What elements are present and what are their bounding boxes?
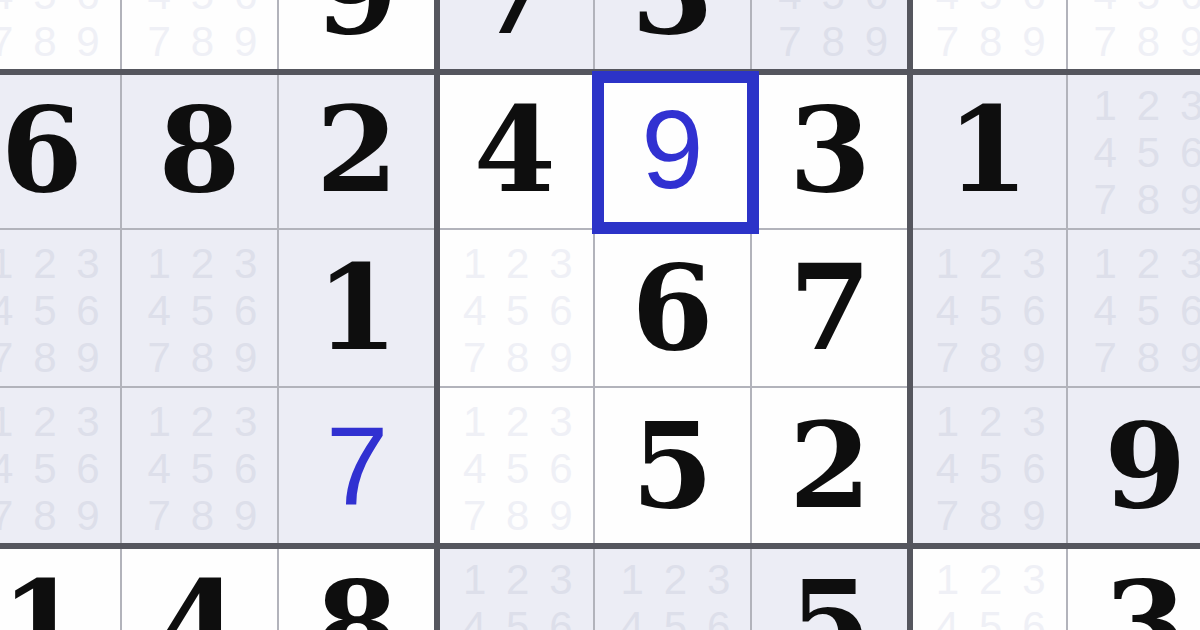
note-digit-4: 4 xyxy=(1094,290,1117,332)
note-digit-2: 2 xyxy=(506,401,529,443)
given-digit: 3 xyxy=(1104,565,1186,630)
cell-r1c3[interactable]: 9 xyxy=(279,0,437,72)
note-digit-5: 5 xyxy=(506,606,529,630)
given-digit: 1 xyxy=(1,565,83,630)
note-digit-5: 5 xyxy=(1137,0,1160,16)
pencil-marks: 123456789 xyxy=(910,230,1066,386)
given-digit: 8 xyxy=(316,565,398,630)
given-digit: 2 xyxy=(316,91,398,209)
cell-r5c6[interactable]: 5 xyxy=(752,546,910,630)
cell-r5c7[interactable]: 123456789 xyxy=(910,546,1068,630)
note-digit-7: 7 xyxy=(778,21,801,63)
note-digit-9: 9 xyxy=(549,337,572,379)
sudoku-grid: 1234567891234567899731234567891234567891… xyxy=(0,0,1200,630)
cell-r2c7[interactable]: 1 xyxy=(910,72,1068,230)
note-digit-3: 3 xyxy=(1180,85,1200,127)
note-digit-9: 9 xyxy=(76,21,99,63)
cell-r5c5[interactable]: 123456789 xyxy=(595,546,753,630)
pencil-marks: 123456789 xyxy=(595,546,751,630)
note-digit-3: 3 xyxy=(549,243,572,285)
note-digit-1: 1 xyxy=(1094,243,1117,285)
note-digit-6: 6 xyxy=(549,448,572,490)
note-digit-4: 4 xyxy=(936,606,959,630)
pencil-marks: 123456789 xyxy=(0,230,120,386)
cell-r2c5-selected[interactable]: 9 xyxy=(595,72,753,230)
note-digit-5: 5 xyxy=(979,290,1002,332)
pencil-marks: 123456789 xyxy=(122,0,278,70)
note-digit-8: 8 xyxy=(979,337,1002,379)
cell-r2c1[interactable]: 6 xyxy=(0,72,122,230)
note-digit-8: 8 xyxy=(506,337,529,379)
note-digit-5: 5 xyxy=(1137,290,1160,332)
cell-r4c2[interactable]: 123456789 xyxy=(122,388,280,546)
cell-r1c2[interactable]: 123456789 xyxy=(122,0,280,72)
cell-r5c2[interactable]: 4 xyxy=(122,546,280,630)
note-digit-2: 2 xyxy=(1137,243,1160,285)
note-digit-2: 2 xyxy=(191,243,214,285)
note-digit-6: 6 xyxy=(549,606,572,630)
note-digit-1: 1 xyxy=(463,243,486,285)
cell-r1c5[interactable]: 3 xyxy=(595,0,753,72)
cell-r5c4[interactable]: 123456789 xyxy=(437,546,595,630)
note-digit-3: 3 xyxy=(1180,243,1200,285)
note-digit-4: 4 xyxy=(621,606,644,630)
note-digit-6: 6 xyxy=(234,448,257,490)
note-digit-8: 8 xyxy=(191,21,214,63)
cell-r2c4[interactable]: 4 xyxy=(437,72,595,230)
note-digit-4: 4 xyxy=(936,290,959,332)
note-digit-2: 2 xyxy=(979,401,1002,443)
note-digit-4: 4 xyxy=(148,0,171,16)
note-digit-1: 1 xyxy=(148,401,171,443)
note-digit-9: 9 xyxy=(76,337,99,379)
note-digit-9: 9 xyxy=(234,337,257,379)
note-digit-6: 6 xyxy=(1180,132,1200,174)
note-digit-1: 1 xyxy=(936,243,959,285)
cell-r1c8[interactable]: 123456789 xyxy=(1068,0,1200,72)
note-digit-3: 3 xyxy=(549,559,572,601)
pencil-marks: 123456789 xyxy=(0,388,120,544)
note-digit-2: 2 xyxy=(33,401,56,443)
box-boundary-vertical-2 xyxy=(907,0,913,630)
note-digit-7: 7 xyxy=(463,337,486,379)
note-digit-5: 5 xyxy=(979,0,1002,16)
cell-r3c6[interactable]: 7 xyxy=(752,230,910,388)
note-digit-9: 9 xyxy=(1180,21,1200,63)
note-digit-9: 9 xyxy=(76,495,99,537)
note-digit-3: 3 xyxy=(76,401,99,443)
note-digit-2: 2 xyxy=(664,559,687,601)
note-digit-8: 8 xyxy=(191,337,214,379)
cell-r4c4[interactable]: 123456789 xyxy=(437,388,595,546)
note-digit-3: 3 xyxy=(234,243,257,285)
cell-r1c1[interactable]: 123456789 xyxy=(0,0,122,72)
note-digit-5: 5 xyxy=(506,448,529,490)
cell-r3c1[interactable]: 123456789 xyxy=(0,230,122,388)
note-digit-4: 4 xyxy=(1094,132,1117,174)
cell-r2c8[interactable]: 123456789 xyxy=(1068,72,1200,230)
note-digit-4: 4 xyxy=(463,448,486,490)
note-digit-3: 3 xyxy=(707,559,730,601)
note-digit-2: 2 xyxy=(191,401,214,443)
note-digit-9: 9 xyxy=(1022,495,1045,537)
note-digit-8: 8 xyxy=(191,495,214,537)
note-digit-8: 8 xyxy=(33,337,56,379)
note-digit-9: 9 xyxy=(1180,179,1200,221)
note-digit-5: 5 xyxy=(191,290,214,332)
note-digit-8: 8 xyxy=(33,495,56,537)
note-digit-8: 8 xyxy=(979,21,1002,63)
note-digit-6: 6 xyxy=(549,290,572,332)
note-digit-7: 7 xyxy=(1094,21,1117,63)
note-digit-8: 8 xyxy=(1137,337,1160,379)
note-digit-7: 7 xyxy=(148,21,171,63)
pencil-marks: 123456789 xyxy=(122,388,278,544)
cell-r2c6[interactable]: 3 xyxy=(752,72,910,230)
note-digit-6: 6 xyxy=(865,0,888,16)
cell-r5c3[interactable]: 8 xyxy=(279,546,437,630)
given-digit: 8 xyxy=(158,91,240,209)
given-digit: 4 xyxy=(474,91,556,209)
note-digit-1: 1 xyxy=(621,559,644,601)
pencil-marks: 123456789 xyxy=(122,230,278,386)
given-digit: 4 xyxy=(158,565,240,630)
note-digit-9: 9 xyxy=(234,21,257,63)
note-digit-6: 6 xyxy=(1022,606,1045,630)
note-digit-6: 6 xyxy=(707,606,730,630)
note-digit-5: 5 xyxy=(979,606,1002,630)
note-digit-7: 7 xyxy=(0,495,13,537)
note-digit-7: 7 xyxy=(936,495,959,537)
note-digit-5: 5 xyxy=(821,0,844,16)
cell-r2c2[interactable]: 8 xyxy=(122,72,280,230)
note-digit-4: 4 xyxy=(148,448,171,490)
sudoku-board-viewport: 1234567891234567899731234567891234567891… xyxy=(0,0,1200,630)
user-digit: 9 xyxy=(641,94,703,206)
pencil-marks: 123456789 xyxy=(910,546,1066,630)
note-digit-8: 8 xyxy=(979,495,1002,537)
cell-r1c6[interactable]: 123456789 xyxy=(752,0,910,72)
note-digit-3: 3 xyxy=(234,401,257,443)
cell-r3c7[interactable]: 123456789 xyxy=(910,230,1068,388)
note-digit-1: 1 xyxy=(148,243,171,285)
note-digit-7: 7 xyxy=(936,21,959,63)
cell-r4c6[interactable]: 2 xyxy=(752,388,910,546)
cell-r5c1[interactable]: 1 xyxy=(0,546,122,630)
pencil-marks: 123456789 xyxy=(1068,0,1200,70)
note-digit-5: 5 xyxy=(191,448,214,490)
cell-r4c3[interactable]: 7 xyxy=(279,388,437,546)
note-digit-5: 5 xyxy=(33,448,56,490)
pencil-marks: 123456789 xyxy=(0,0,120,70)
note-digit-2: 2 xyxy=(1137,85,1160,127)
pencil-marks: 123456789 xyxy=(1068,230,1200,386)
box-boundary-horizontal-1 xyxy=(0,69,1200,75)
note-digit-5: 5 xyxy=(191,0,214,16)
note-digit-7: 7 xyxy=(0,21,13,63)
note-digit-9: 9 xyxy=(1022,21,1045,63)
note-digit-6: 6 xyxy=(234,0,257,16)
note-digit-5: 5 xyxy=(33,290,56,332)
cell-r3c2[interactable]: 123456789 xyxy=(122,230,280,388)
note-digit-2: 2 xyxy=(979,559,1002,601)
note-digit-7: 7 xyxy=(148,337,171,379)
pencil-marks: 123456789 xyxy=(910,0,1066,70)
note-digit-5: 5 xyxy=(33,0,56,16)
cell-r1c4[interactable]: 7 xyxy=(437,0,595,72)
note-digit-8: 8 xyxy=(1137,21,1160,63)
note-digit-1: 1 xyxy=(936,559,959,601)
note-digit-3: 3 xyxy=(1022,559,1045,601)
note-digit-3: 3 xyxy=(1022,401,1045,443)
note-digit-3: 3 xyxy=(549,401,572,443)
note-digit-6: 6 xyxy=(1180,0,1200,16)
given-digit: 9 xyxy=(1104,407,1186,525)
note-digit-1: 1 xyxy=(1094,85,1117,127)
note-digit-7: 7 xyxy=(463,495,486,537)
note-digit-1: 1 xyxy=(0,401,13,443)
note-digit-4: 4 xyxy=(148,290,171,332)
note-digit-5: 5 xyxy=(979,448,1002,490)
given-digit: 1 xyxy=(316,249,398,367)
note-digit-6: 6 xyxy=(76,448,99,490)
note-digit-8: 8 xyxy=(506,495,529,537)
pencil-marks: 123456789 xyxy=(437,388,593,544)
given-digit: 3 xyxy=(789,91,871,209)
note-digit-4: 4 xyxy=(463,606,486,630)
user-digit: 7 xyxy=(326,410,388,522)
note-digit-1: 1 xyxy=(0,243,13,285)
note-digit-4: 4 xyxy=(0,290,13,332)
note-digit-5: 5 xyxy=(506,290,529,332)
cell-r5c8[interactable]: 3 xyxy=(1068,546,1200,630)
given-digit: 6 xyxy=(631,249,713,367)
note-digit-4: 4 xyxy=(1094,0,1117,16)
note-digit-7: 7 xyxy=(1094,337,1117,379)
pencil-marks: 123456789 xyxy=(910,388,1066,544)
cell-r3c8[interactable]: 123456789 xyxy=(1068,230,1200,388)
note-digit-9: 9 xyxy=(1022,337,1045,379)
given-digit: 1 xyxy=(947,91,1029,209)
note-digit-8: 8 xyxy=(33,21,56,63)
note-digit-6: 6 xyxy=(76,0,99,16)
note-digit-9: 9 xyxy=(549,495,572,537)
cell-r3c4[interactable]: 123456789 xyxy=(437,230,595,388)
note-digit-2: 2 xyxy=(506,243,529,285)
note-digit-5: 5 xyxy=(1137,132,1160,174)
pencil-marks: 123456789 xyxy=(752,0,908,70)
note-digit-6: 6 xyxy=(1180,290,1200,332)
cell-r2c3[interactable]: 2 xyxy=(279,72,437,230)
cell-r4c7[interactable]: 123456789 xyxy=(910,388,1068,546)
note-digit-4: 4 xyxy=(936,448,959,490)
note-digit-7: 7 xyxy=(148,495,171,537)
note-digit-4: 4 xyxy=(0,448,13,490)
note-digit-6: 6 xyxy=(76,290,99,332)
box-boundary-vertical-1 xyxy=(434,0,440,630)
note-digit-4: 4 xyxy=(0,0,13,16)
note-digit-6: 6 xyxy=(1022,0,1045,16)
note-digit-4: 4 xyxy=(463,290,486,332)
note-digit-1: 1 xyxy=(463,559,486,601)
pencil-marks: 123456789 xyxy=(1068,72,1200,228)
note-digit-7: 7 xyxy=(936,337,959,379)
cell-r3c5[interactable]: 6 xyxy=(595,230,753,388)
cell-r4c8[interactable]: 9 xyxy=(1068,388,1200,546)
note-digit-2: 2 xyxy=(506,559,529,601)
note-digit-8: 8 xyxy=(821,21,844,63)
note-digit-3: 3 xyxy=(76,243,99,285)
given-digit: 5 xyxy=(789,565,871,630)
cell-r1c7[interactable]: 123456789 xyxy=(910,0,1068,72)
cell-r4c5[interactable]: 5 xyxy=(595,388,753,546)
note-digit-3: 3 xyxy=(1022,243,1045,285)
note-digit-9: 9 xyxy=(1180,337,1200,379)
note-digit-2: 2 xyxy=(33,243,56,285)
note-digit-6: 6 xyxy=(234,290,257,332)
box-boundary-horizontal-2 xyxy=(0,543,1200,549)
given-digit: 7 xyxy=(474,0,556,51)
given-digit: 5 xyxy=(631,407,713,525)
note-digit-7: 7 xyxy=(1094,179,1117,221)
note-digit-1: 1 xyxy=(463,401,486,443)
note-digit-2: 2 xyxy=(979,243,1002,285)
note-digit-6: 6 xyxy=(1022,290,1045,332)
given-digit: 3 xyxy=(631,0,713,51)
note-digit-5: 5 xyxy=(664,606,687,630)
cell-r4c1[interactable]: 123456789 xyxy=(0,388,122,546)
note-digit-1: 1 xyxy=(936,401,959,443)
given-digit: 2 xyxy=(789,407,871,525)
pencil-marks: 123456789 xyxy=(437,546,593,630)
given-digit: 6 xyxy=(1,91,83,209)
cell-r3c3[interactable]: 1 xyxy=(279,230,437,388)
given-digit: 9 xyxy=(316,0,398,51)
note-digit-6: 6 xyxy=(1022,448,1045,490)
note-digit-4: 4 xyxy=(936,0,959,16)
note-digit-4: 4 xyxy=(778,0,801,16)
note-digit-9: 9 xyxy=(865,21,888,63)
note-digit-7: 7 xyxy=(0,337,13,379)
note-digit-8: 8 xyxy=(1137,179,1160,221)
note-digit-9: 9 xyxy=(234,495,257,537)
given-digit: 7 xyxy=(789,249,871,367)
pencil-marks: 123456789 xyxy=(437,230,593,386)
